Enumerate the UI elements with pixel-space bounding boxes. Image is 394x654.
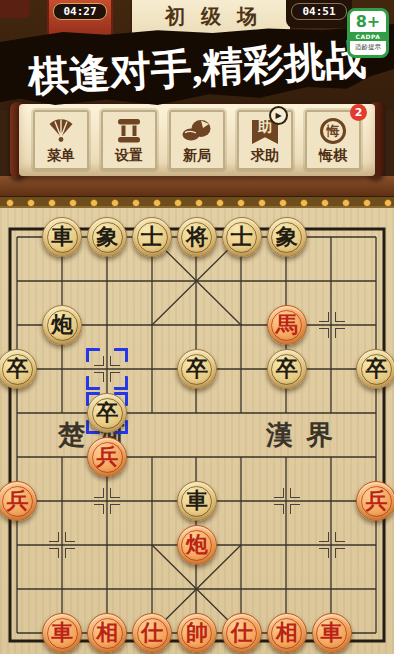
piece-black[interactable]: 将: [177, 217, 217, 257]
piece-char: 兵: [365, 482, 387, 520]
help-label: 求助: [251, 148, 279, 164]
scroll-frame-icon: [114, 114, 144, 148]
piece-char: 卒: [96, 394, 118, 432]
pieces-grid: 車象士将士象炮馬卒卒卒卒卒兵兵車兵炮車相仕帥仕相車: [0, 215, 394, 654]
piece-red[interactable]: 仕: [132, 613, 172, 653]
piece-char: 将: [186, 218, 208, 256]
new-game-label: 新局: [183, 148, 211, 164]
piece-red[interactable]: 帥: [177, 613, 217, 653]
piece-red[interactable]: 相: [87, 613, 127, 653]
player-timer: 04:51: [291, 3, 347, 20]
piece-red[interactable]: 馬: [267, 305, 307, 345]
piece-char: 士: [141, 218, 163, 256]
opponent-timer: 04:27: [53, 3, 107, 20]
undo-button[interactable]: 2 悔 悔棋: [305, 110, 361, 170]
piece-black[interactable]: 卒: [177, 349, 217, 389]
piece-red[interactable]: 兵: [356, 481, 394, 521]
piece-char: 兵: [96, 438, 118, 476]
help-button[interactable]: 助 ▶ 求助: [237, 110, 293, 170]
help-banner-icon: 助 ▶: [252, 114, 278, 148]
fan-icon: [45, 114, 77, 148]
menu-label: 菜单: [47, 148, 75, 164]
undo-piece-icon: 悔: [320, 114, 346, 148]
piece-char: 象: [96, 218, 118, 256]
piece-char: 炮: [186, 526, 208, 564]
piece-char: 車: [321, 614, 343, 652]
piece-black[interactable]: 象: [87, 217, 127, 257]
piece-red[interactable]: 兵: [0, 481, 37, 521]
piece-black[interactable]: 車: [177, 481, 217, 521]
play-icon: ▶: [269, 106, 288, 125]
stud-strip: [0, 196, 394, 208]
last-move-highlight: [86, 348, 128, 390]
settings-button[interactable]: 设置: [101, 110, 157, 170]
piece-red[interactable]: 兵: [87, 437, 127, 477]
arena-title: 初级场: [132, 3, 290, 30]
piece-black[interactable]: 炮: [42, 305, 82, 345]
piece-black[interactable]: 卒: [87, 393, 127, 433]
piece-black[interactable]: 卒: [0, 349, 37, 389]
opponent-timer-flag: 04:27: [47, 0, 113, 36]
point-marker: [47, 530, 77, 560]
point-marker: [317, 310, 347, 340]
piece-red[interactable]: 相: [267, 613, 307, 653]
point-marker: [272, 486, 302, 516]
piece-red[interactable]: 仕: [222, 613, 262, 653]
new-game-button[interactable]: 新局: [169, 110, 225, 170]
age-rating-note: 适龄提示: [350, 41, 386, 53]
player-timer-plaque: 04:51: [286, 0, 352, 28]
piece-red[interactable]: 炮: [177, 525, 217, 565]
age-rating-org: CADPA: [350, 32, 386, 41]
piece-char: 卒: [276, 350, 298, 388]
piece-char: 士: [231, 218, 253, 256]
piece-char: 卒: [365, 350, 387, 388]
piece-red[interactable]: 車: [42, 613, 82, 653]
game-board[interactable]: 楚河 漢界 車象士将士象炮馬卒卒卒卒卒兵兵車兵炮車相仕帥仕相車: [0, 208, 394, 654]
piece-char: 車: [51, 614, 73, 652]
stones-icon: [180, 114, 214, 148]
toolbar: 菜单 设置: [19, 104, 375, 176]
piece-char: 馬: [276, 306, 298, 344]
piece-char: 卒: [6, 350, 28, 388]
undo-count-badge: 2: [350, 104, 367, 121]
toolbar-scroll: 菜单 设置: [10, 100, 384, 180]
piece-char: 帥: [186, 614, 208, 652]
piece-char: 相: [276, 614, 298, 652]
piece-black[interactable]: 卒: [356, 349, 394, 389]
point-marker: [92, 486, 122, 516]
xiangqi-game-screen: 04:27 初级场 04:51 棋逢对手,精彩挑战 8+ CADPA 适龄提示: [0, 0, 394, 654]
piece-black[interactable]: 卒: [267, 349, 307, 389]
piece-char: 卒: [186, 350, 208, 388]
undo-label: 悔棋: [319, 148, 347, 164]
piece-char: 車: [186, 482, 208, 520]
menu-button[interactable]: 菜单: [33, 110, 89, 170]
age-rating-badge: 8+ CADPA 适龄提示: [347, 8, 389, 58]
piece-black[interactable]: 象: [267, 217, 307, 257]
age-rating-value: 8+: [350, 11, 386, 32]
piece-char: 兵: [6, 482, 28, 520]
piece-char: 炮: [51, 306, 73, 344]
corner-banner-scrap: [0, 0, 30, 18]
piece-black[interactable]: 車: [42, 217, 82, 257]
settings-label: 设置: [115, 148, 143, 164]
piece-black[interactable]: 士: [222, 217, 262, 257]
piece-char: 相: [96, 614, 118, 652]
piece-char: 車: [51, 218, 73, 256]
piece-char: 仕: [141, 614, 163, 652]
piece-red[interactable]: 車: [312, 613, 352, 653]
undo-icon-char: 悔: [327, 122, 340, 140]
piece-char: 象: [276, 218, 298, 256]
point-marker: [317, 530, 347, 560]
piece-black[interactable]: 士: [132, 217, 172, 257]
piece-char: 仕: [231, 614, 253, 652]
